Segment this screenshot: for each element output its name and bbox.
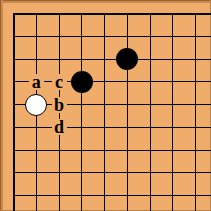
cut-edge-bottom	[0, 210, 211, 211]
go-board-diagram: acbd	[0, 0, 211, 211]
grid-line-vertical	[104, 13, 105, 211]
grid-line-vertical	[81, 13, 82, 211]
white-stone-b15	[25, 94, 47, 116]
grid-line-horizontal	[13, 150, 211, 151]
board-frame-top	[0, 0, 211, 3]
board-frame-left	[0, 0, 3, 211]
point-label-b: b	[52, 97, 67, 113]
grid-line-horizontal	[13, 127, 211, 128]
grid-line-vertical	[172, 13, 173, 211]
grid-line-horizontal	[13, 36, 211, 37]
point-label-d: d	[52, 119, 67, 135]
grid-line-vertical	[127, 13, 128, 211]
point-label-c: c	[52, 74, 67, 90]
black-stone-f17	[116, 48, 138, 70]
cut-edge-right	[210, 0, 211, 211]
grid-line-horizontal	[13, 13, 211, 15]
grid-line-vertical	[13, 13, 15, 211]
point-label-a: a	[29, 74, 44, 90]
grid-line-vertical	[150, 13, 151, 211]
grid-line-horizontal	[13, 172, 211, 173]
grid-line-horizontal	[13, 59, 211, 60]
grid-line-horizontal	[13, 195, 211, 196]
black-stone-d16	[71, 71, 93, 93]
grid-line-vertical	[195, 13, 196, 211]
